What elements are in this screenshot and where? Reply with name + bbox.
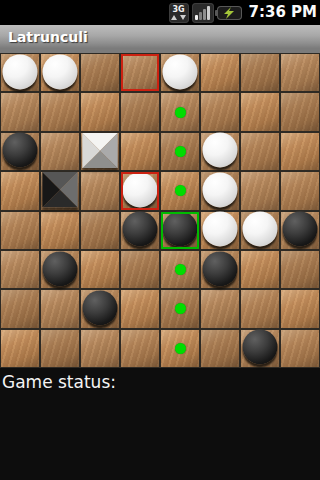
board-cell[interactable] [160, 53, 200, 92]
white-stone[interactable] [3, 54, 38, 89]
board-cell[interactable] [160, 171, 200, 210]
board-cell[interactable] [240, 53, 280, 92]
board-cell[interactable] [0, 171, 40, 210]
board-cell[interactable] [40, 329, 80, 368]
white-stone[interactable] [43, 54, 78, 89]
3g-label: 3G [172, 5, 184, 14]
black-stone[interactable] [163, 212, 198, 247]
board-cell[interactable] [120, 250, 160, 289]
board-cell[interactable] [120, 53, 160, 92]
app-title: Latrunculi [8, 29, 88, 45]
lightning-bolt-icon [222, 7, 236, 19]
white-stone[interactable] [123, 172, 158, 207]
board-cell[interactable] [280, 132, 320, 171]
board-cell[interactable] [280, 289, 320, 328]
board-cell[interactable] [40, 171, 80, 210]
board-cell[interactable] [200, 250, 240, 289]
board-cell[interactable] [280, 53, 320, 92]
black-stone[interactable] [83, 290, 118, 325]
board-cell[interactable] [200, 329, 240, 368]
board-cell[interactable] [240, 250, 280, 289]
board-cell[interactable] [160, 92, 200, 131]
board-cell[interactable] [280, 329, 320, 368]
board-cell[interactable] [280, 211, 320, 250]
white-stone[interactable] [203, 172, 238, 207]
board-cell[interactable] [0, 250, 40, 289]
board-cell[interactable] [80, 289, 120, 328]
white-dux-pyramid[interactable] [82, 133, 118, 168]
board-cell[interactable] [240, 289, 280, 328]
board-cell[interactable] [200, 171, 240, 210]
board-cell[interactable] [40, 250, 80, 289]
game-status-label: Game status: [2, 372, 116, 392]
board-cell[interactable] [280, 92, 320, 131]
board-cell[interactable] [240, 132, 280, 171]
board-cell[interactable] [200, 289, 240, 328]
board-cell[interactable] [80, 132, 120, 171]
board-cell[interactable] [240, 211, 280, 250]
board-cell[interactable] [120, 211, 160, 250]
board-cell[interactable] [200, 92, 240, 131]
game-status-panel: Game status: [0, 368, 320, 480]
clock-time: 7:36 PM [249, 0, 317, 25]
board-cell[interactable] [160, 289, 200, 328]
black-stone[interactable] [3, 133, 38, 168]
board-cell[interactable] [280, 171, 320, 210]
board-cell[interactable] [80, 92, 120, 131]
board-cell[interactable] [240, 92, 280, 131]
latrunculi-board [0, 48, 320, 368]
black-stone[interactable] [43, 251, 78, 286]
app-screen: 3G 7:36 PM Latrunculi Game status: [0, 0, 320, 480]
board-cell[interactable] [240, 329, 280, 368]
board-cell[interactable] [0, 289, 40, 328]
board-cell[interactable] [160, 329, 200, 368]
black-stone[interactable] [283, 212, 318, 247]
black-stone[interactable] [123, 212, 158, 247]
board-cell[interactable] [160, 211, 200, 250]
black-dux-pyramid[interactable] [42, 172, 78, 207]
board-cell[interactable] [80, 211, 120, 250]
board-cell[interactable] [40, 53, 80, 92]
white-stone[interactable] [163, 54, 198, 89]
board-cell[interactable] [280, 250, 320, 289]
signal-strength-icon [192, 3, 214, 23]
black-stone[interactable] [203, 251, 238, 286]
board-cell[interactable] [200, 132, 240, 171]
board-cell[interactable] [80, 250, 120, 289]
battery-charging-icon [217, 6, 242, 20]
board-cell[interactable] [0, 53, 40, 92]
board-cell[interactable] [120, 132, 160, 171]
board-cell[interactable] [200, 53, 240, 92]
white-stone[interactable] [243, 212, 278, 247]
board-cell[interactable] [120, 329, 160, 368]
board-cell[interactable] [160, 132, 200, 171]
app-title-bar: Latrunculi [0, 25, 320, 48]
board-cell[interactable] [0, 132, 40, 171]
white-stone[interactable] [203, 133, 238, 168]
board-cell[interactable] [0, 329, 40, 368]
board-cell[interactable] [120, 171, 160, 210]
board-cell[interactable] [40, 289, 80, 328]
board-cell[interactable] [80, 329, 120, 368]
board-cell[interactable] [200, 211, 240, 250]
board-cell[interactable] [0, 92, 40, 131]
board-cell[interactable] [120, 92, 160, 131]
board-cell[interactable] [120, 289, 160, 328]
board-cell[interactable] [40, 211, 80, 250]
board-cell[interactable] [80, 53, 120, 92]
black-stone[interactable] [243, 330, 278, 365]
data-arrows-icon [171, 15, 186, 20]
board-cell[interactable] [0, 211, 40, 250]
board-cell[interactable] [240, 171, 280, 210]
android-status-bar: 3G 7:36 PM [0, 0, 320, 25]
board-cell[interactable] [160, 250, 200, 289]
white-stone[interactable] [203, 212, 238, 247]
board-cell[interactable] [40, 92, 80, 131]
mobile-data-3g-icon: 3G [169, 3, 189, 23]
board-cell[interactable] [80, 171, 120, 210]
board-cell[interactable] [40, 132, 80, 171]
